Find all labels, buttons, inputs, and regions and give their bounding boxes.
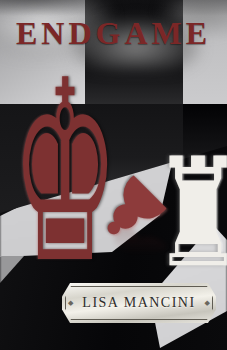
author-name: LISA MANCINI xyxy=(82,295,195,311)
top-shadow xyxy=(0,0,227,16)
author-plaque: ◆ LISA MANCINI ◆ xyxy=(62,283,216,323)
book-title: ENDGAME xyxy=(0,15,227,52)
diamond-ornament-right: ◆ xyxy=(205,299,210,307)
diamond-ornament-left: ◆ xyxy=(68,299,73,307)
book-cover: ENDGAME ♚ ♟ ♜ ♚ ♟ ♜ ◆ LISA MANCINI ◆ xyxy=(0,0,227,350)
